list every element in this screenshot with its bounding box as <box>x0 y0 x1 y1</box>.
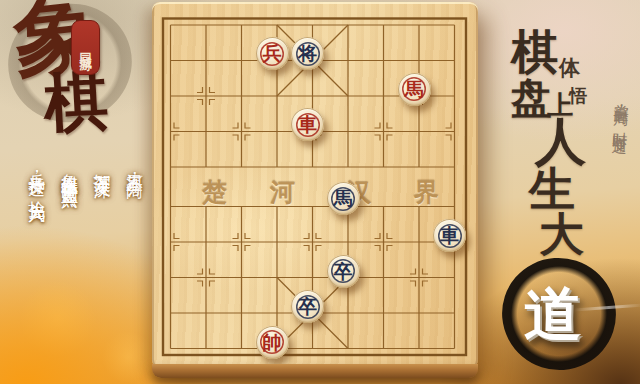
verse-line-2: 智谋万丈深 <box>92 160 112 370</box>
piece-red-馬[interactable]: 馬 <box>398 73 431 106</box>
piece-glyph: 卒 <box>296 295 320 319</box>
dao-character: 道 <box>524 285 582 343</box>
board-wood-slab: 楚 河 汉 界 兵将馬車馬車卒卒帥 <box>152 2 478 368</box>
board-front-edge <box>152 364 478 378</box>
publisher-seal-text: 同城游 <box>80 43 92 52</box>
piece-glyph: 兵 <box>260 42 284 66</box>
headline-char-ren: 人 <box>535 116 586 167</box>
verse-columns: 河界三分阔， 智谋万丈深 象棋似布阵点子如点兵 兵贵神速，抢先入局 <box>12 160 144 370</box>
left-branding-panel: 象 棋 同城游 河界三分阔， 智谋万丈深 象棋似布阵点子如点兵 兵贵神速，抢先入… <box>0 0 152 384</box>
piece-red-車[interactable]: 車 <box>291 108 324 141</box>
piece-black-馬[interactable]: 馬 <box>327 182 360 215</box>
xiangqi-promo-screen: 象 棋 同城游 河界三分阔， 智谋万丈深 象棋似布阵点子如点兵 兵贵神速，抢先入… <box>0 0 640 384</box>
headline-char-da: 大 <box>539 212 584 257</box>
verse-line-4: 兵贵神速，抢先入局 <box>27 160 47 370</box>
piece-black-車[interactable]: 車 <box>433 219 466 252</box>
piece-glyph: 車 <box>438 224 462 248</box>
piece-glyph: 帥 <box>260 330 284 354</box>
verse-line-3: 象棋似布阵点子如点兵 <box>59 160 79 370</box>
verse-line-1: 河界三分阔， <box>124 160 144 370</box>
pieces-layer: 兵将馬車馬車卒卒帥 <box>153 7 473 367</box>
piece-black-将[interactable]: 将 <box>291 37 324 70</box>
right-slogan-panel: 棋 体 盘 上 悟 人 生 大 道 掌握时局，时时变通 <box>478 0 640 384</box>
piece-red-帥[interactable]: 帥 <box>256 326 289 359</box>
accent-char-wu: 悟 <box>569 87 587 105</box>
publisher-seal[interactable]: 同城游 <box>71 20 100 75</box>
piece-black-卒[interactable]: 卒 <box>291 290 324 323</box>
xiangqi-board: 楚 河 汉 界 兵将馬車馬車卒卒帥 <box>152 0 478 384</box>
piece-glyph: 馬 <box>402 77 426 101</box>
piece-red-兵[interactable]: 兵 <box>256 37 289 70</box>
logo-char-qi: 棋 <box>42 68 109 135</box>
piece-glyph: 車 <box>296 113 320 137</box>
piece-black-卒[interactable]: 卒 <box>327 255 360 288</box>
headline-char-qi: 棋 <box>511 28 558 75</box>
tagline-vertical: 掌握时局，时时变通 <box>604 92 630 273</box>
headline-char-sheng: 生 <box>529 166 575 212</box>
piece-glyph: 馬 <box>331 187 355 211</box>
accent-char-ti: 体 <box>559 57 580 78</box>
piece-glyph: 卒 <box>331 259 355 283</box>
piece-glyph: 将 <box>296 42 320 66</box>
